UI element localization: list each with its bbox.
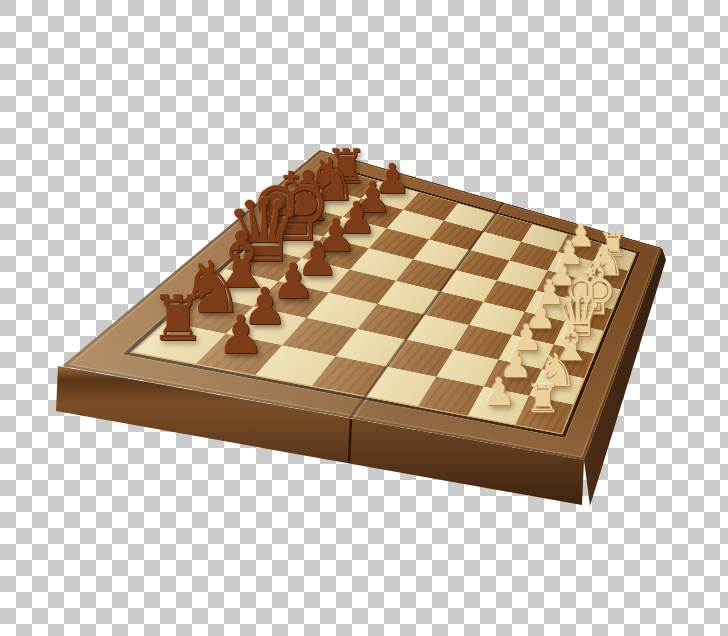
chess-set-photo: ♜♞♝♛♚♝♞♜♟♟♟♟♟♟♟♟♟♟♟♟♟♟♟♟♜♞♝♛♚♝♞♜ [0,0,728,636]
piece-black-rook[interactable]: ♜ [150,289,206,352]
piece-white-pawn[interactable]: ♟ [482,374,516,412]
